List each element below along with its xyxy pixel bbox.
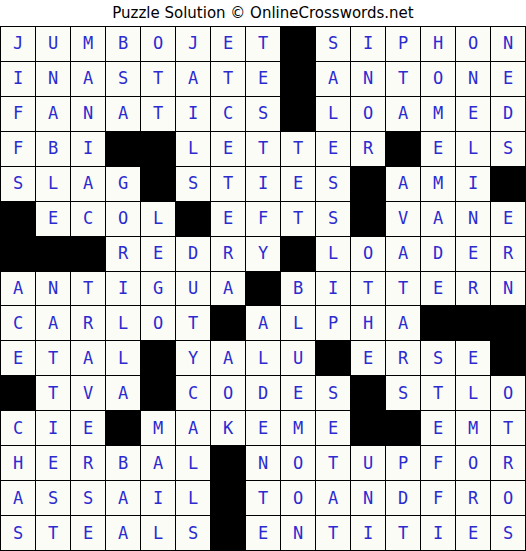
letter-cell-r13c9: O [281, 446, 316, 481]
letter-cell-r8c7: A [211, 272, 246, 307]
letter-cell-r3c1: F [1, 97, 36, 132]
letter-cell-r2c13: O [421, 62, 456, 97]
letter-cell-r10c7: A [211, 341, 246, 376]
letter-cell-r8c10: I [316, 272, 351, 307]
letter-cell-r4c13: E [421, 132, 456, 167]
letter-cell-r11c7: O [211, 376, 246, 411]
letter-cell-r12c2: I [36, 411, 71, 446]
letter-cell-r14c10: A [316, 481, 351, 516]
letter-cell-r1c6: J [176, 27, 211, 62]
black-cell-r3c9 [281, 97, 316, 132]
letter-cell-r1c11: I [351, 27, 386, 62]
black-cell-r9c13 [421, 306, 456, 341]
black-cell-r4c5 [141, 132, 176, 167]
black-cell-r6c6 [176, 202, 211, 237]
page-title-text: Puzzle Solution © OnlineCrosswords.net [112, 4, 413, 22]
letter-cell-r13c3: R [71, 446, 106, 481]
letter-cell-r12c13: E [421, 411, 456, 446]
letter-cell-r15c15: S [491, 516, 526, 551]
letter-cell-r8c9: B [281, 272, 316, 307]
letter-cell-r10c1: E [1, 341, 36, 376]
letter-cell-r7c15: R [491, 237, 526, 272]
letter-cell-r8c4: I [106, 272, 141, 307]
letter-cell-r8c14: R [456, 272, 491, 307]
letter-cell-r1c10: S [316, 27, 351, 62]
black-cell-r9c15 [491, 306, 526, 341]
letter-cell-r9c1: C [1, 306, 36, 341]
letter-cell-r5c1: S [1, 167, 36, 202]
letter-cell-r1c8: T [246, 27, 281, 62]
letter-cell-r1c4: B [106, 27, 141, 62]
letter-cell-r12c1: C [1, 411, 36, 446]
letter-cell-r11c3: V [71, 376, 106, 411]
letter-cell-r3c3: N [71, 97, 106, 132]
letter-cell-r8c11: T [351, 272, 386, 307]
letter-cell-r2c3: A [71, 62, 106, 97]
letter-cell-r14c2: S [36, 481, 71, 516]
black-cell-r13c7 [211, 446, 246, 481]
letter-cell-r2c10: A [316, 62, 351, 97]
black-cell-r7c9 [281, 237, 316, 272]
black-cell-r12c12 [386, 411, 421, 446]
letter-cell-r11c2: T [36, 376, 71, 411]
letter-cell-r1c3: M [71, 27, 106, 62]
letter-cell-r14c5: I [141, 481, 176, 516]
letter-cell-r4c10: E [316, 132, 351, 167]
letter-cell-r6c10: S [316, 202, 351, 237]
letter-cell-r3c6: I [176, 97, 211, 132]
letter-cell-r6c14: N [456, 202, 491, 237]
letter-cell-r13c11: U [351, 446, 386, 481]
letter-cell-r7c4: R [106, 237, 141, 272]
black-cell-r2c9 [281, 62, 316, 97]
black-cell-r12c11 [351, 411, 386, 446]
black-cell-r6c1 [1, 202, 36, 237]
letter-cell-r9c6: T [176, 306, 211, 341]
letter-cell-r9c9: L [281, 306, 316, 341]
letter-cell-r6c2: E [36, 202, 71, 237]
letter-cell-r12c3: E [71, 411, 106, 446]
letter-cell-r6c8: F [246, 202, 281, 237]
black-cell-r12c4 [106, 411, 141, 446]
letter-cell-r2c6: A [176, 62, 211, 97]
letter-cell-r13c2: E [36, 446, 71, 481]
letter-cell-r7c5: E [141, 237, 176, 272]
letter-cell-r9c8: A [246, 306, 281, 341]
letter-cell-r10c3: A [71, 341, 106, 376]
letter-cell-r5c3: A [71, 167, 106, 202]
letter-cell-r3c10: L [316, 97, 351, 132]
letter-cell-r10c8: L [246, 341, 281, 376]
letter-cell-r7c7: R [211, 237, 246, 272]
letter-cell-r12c7: K [211, 411, 246, 446]
letter-cell-r11c14: L [456, 376, 491, 411]
letter-cell-r6c15: E [491, 202, 526, 237]
black-cell-r7c2 [36, 237, 71, 272]
letter-cell-r2c11: N [351, 62, 386, 97]
letter-cell-r8c1: A [1, 272, 36, 307]
black-cell-r6c11 [351, 202, 386, 237]
letter-cell-r6c9: T [281, 202, 316, 237]
letter-cell-r2c2: N [36, 62, 71, 97]
letter-cell-r4c14: L [456, 132, 491, 167]
letter-cell-r3c4: A [106, 97, 141, 132]
letter-cell-r2c7: T [211, 62, 246, 97]
letter-cell-r14c8: T [246, 481, 281, 516]
letter-cell-r3c15: D [491, 97, 526, 132]
letter-cell-r5c4: G [106, 167, 141, 202]
letter-cell-r3c8: S [246, 97, 281, 132]
letter-cell-r9c5: O [141, 306, 176, 341]
letter-cell-r7c11: O [351, 237, 386, 272]
letter-cell-r15c3: E [71, 516, 106, 551]
letter-cell-r3c12: A [386, 97, 421, 132]
letter-cell-r11c8: D [246, 376, 281, 411]
letter-cell-r3c7: C [211, 97, 246, 132]
letter-cell-r15c10: T [316, 516, 351, 551]
letter-cell-r2c14: N [456, 62, 491, 97]
black-cell-r10c10 [316, 341, 351, 376]
letter-cell-r5c10: S [316, 167, 351, 202]
letter-cell-r5c9: E [281, 167, 316, 202]
letter-cell-r13c1: H [1, 446, 36, 481]
letter-cell-r8c12: T [386, 272, 421, 307]
black-cell-r5c15 [491, 167, 526, 202]
letter-cell-r14c3: S [71, 481, 106, 516]
letter-cell-r12c9: M [281, 411, 316, 446]
letter-cell-r6c13: A [421, 202, 456, 237]
letter-cell-r14c12: D [386, 481, 421, 516]
letter-cell-r6c5: L [141, 202, 176, 237]
letter-cell-r14c1: A [1, 481, 36, 516]
letter-cell-r9c3: R [71, 306, 106, 341]
letter-cell-r3c11: O [351, 97, 386, 132]
letter-cell-r13c4: B [106, 446, 141, 481]
black-cell-r9c14 [456, 306, 491, 341]
letter-cell-r7c6: D [176, 237, 211, 272]
letter-cell-r1c5: O [141, 27, 176, 62]
letter-cell-r8c5: G [141, 272, 176, 307]
black-cell-r1c9 [281, 27, 316, 62]
page-title: Puzzle Solution © OnlineCrosswords.net [0, 0, 526, 26]
letter-cell-r10c4: L [106, 341, 141, 376]
letter-cell-r15c2: T [36, 516, 71, 551]
letter-cell-r5c2: L [36, 167, 71, 202]
letter-cell-r8c3: T [71, 272, 106, 307]
letter-cell-r13c10: T [316, 446, 351, 481]
letter-cell-r13c14: O [456, 446, 491, 481]
letter-cell-r5c12: A [386, 167, 421, 202]
letter-cell-r2c5: T [141, 62, 176, 97]
black-cell-r11c5 [141, 376, 176, 411]
letter-cell-r7c14: E [456, 237, 491, 272]
letter-cell-r8c15: N [491, 272, 526, 307]
letter-cell-r13c12: P [386, 446, 421, 481]
letter-cell-r9c4: L [106, 306, 141, 341]
letter-cell-r10c2: T [36, 341, 71, 376]
letter-cell-r5c13: M [421, 167, 456, 202]
black-cell-r5c11 [351, 167, 386, 202]
letter-cell-r13c5: A [141, 446, 176, 481]
letter-cell-r6c3: C [71, 202, 106, 237]
letter-cell-r4c2: B [36, 132, 71, 167]
black-cell-r9c7 [211, 306, 246, 341]
black-cell-r7c3 [71, 237, 106, 272]
letter-cell-r3c13: M [421, 97, 456, 132]
letter-cell-r14c9: O [281, 481, 316, 516]
letter-cell-r4c6: L [176, 132, 211, 167]
letter-cell-r4c11: R [351, 132, 386, 167]
letter-cell-r13c6: L [176, 446, 211, 481]
letter-cell-r14c13: F [421, 481, 456, 516]
letter-cell-r6c12: V [386, 202, 421, 237]
letter-cell-r10c14: E [456, 341, 491, 376]
letter-cell-r9c11: H [351, 306, 386, 341]
letter-cell-r12c8: E [246, 411, 281, 446]
letter-cell-r10c12: R [386, 341, 421, 376]
letter-cell-r15c4: A [106, 516, 141, 551]
letter-cell-r6c4: O [106, 202, 141, 237]
letter-cell-r9c12: A [386, 306, 421, 341]
letter-cell-r6c7: E [211, 202, 246, 237]
letter-cell-r12c5: M [141, 411, 176, 446]
letter-cell-r11c9: E [281, 376, 316, 411]
letter-cell-r15c11: I [351, 516, 386, 551]
letter-cell-r3c14: E [456, 97, 491, 132]
letter-cell-r10c6: Y [176, 341, 211, 376]
letter-cell-r4c1: F [1, 132, 36, 167]
letter-cell-r14c14: R [456, 481, 491, 516]
letter-cell-r7c12: A [386, 237, 421, 272]
letter-cell-r3c2: A [36, 97, 71, 132]
letter-cell-r11c10: S [316, 376, 351, 411]
letter-cell-r9c2: A [36, 306, 71, 341]
letter-cell-r4c9: T [281, 132, 316, 167]
letter-cell-r5c6: S [176, 167, 211, 202]
letter-cell-r14c15: O [491, 481, 526, 516]
letter-cell-r8c2: N [36, 272, 71, 307]
letter-cell-r1c2: U [36, 27, 71, 62]
letter-cell-r4c3: I [71, 132, 106, 167]
letter-cell-r12c10: E [316, 411, 351, 446]
black-cell-r15c7 [211, 516, 246, 551]
letter-cell-r5c14: I [456, 167, 491, 202]
letter-cell-r13c8: N [246, 446, 281, 481]
letter-cell-r15c5: L [141, 516, 176, 551]
black-cell-r11c11 [351, 376, 386, 411]
letter-cell-r15c9: N [281, 516, 316, 551]
black-cell-r14c7 [211, 481, 246, 516]
letter-cell-r15c8: E [246, 516, 281, 551]
letter-cell-r14c4: A [106, 481, 141, 516]
letter-cell-r1c13: H [421, 27, 456, 62]
letter-cell-r7c10: L [316, 237, 351, 272]
letter-cell-r2c1: I [1, 62, 36, 97]
letter-cell-r15c6: S [176, 516, 211, 551]
letter-cell-r5c7: T [211, 167, 246, 202]
letter-cell-r2c4: S [106, 62, 141, 97]
letter-cell-r4c15: S [491, 132, 526, 167]
letter-cell-r10c11: E [351, 341, 386, 376]
letter-cell-r3c5: T [141, 97, 176, 132]
black-cell-r7c1 [1, 237, 36, 272]
letter-cell-r5c8: I [246, 167, 281, 202]
letter-cell-r2c12: T [386, 62, 421, 97]
letter-cell-r11c13: T [421, 376, 456, 411]
letter-cell-r7c8: Y [246, 237, 281, 272]
black-cell-r10c15 [491, 341, 526, 376]
letter-cell-r1c14: O [456, 27, 491, 62]
letter-cell-r15c12: T [386, 516, 421, 551]
letter-cell-r4c8: T [246, 132, 281, 167]
black-cell-r4c4 [106, 132, 141, 167]
letter-cell-r1c12: P [386, 27, 421, 62]
letter-cell-r2c8: E [246, 62, 281, 97]
letter-cell-r13c15: R [491, 446, 526, 481]
letter-cell-r4c7: E [211, 132, 246, 167]
letter-cell-r10c13: S [421, 341, 456, 376]
letter-cell-r11c12: S [386, 376, 421, 411]
letter-cell-r12c15: T [491, 411, 526, 446]
letter-cell-r12c14: M [456, 411, 491, 446]
letter-cell-r12c6: A [176, 411, 211, 446]
letter-cell-r13c13: F [421, 446, 456, 481]
letter-cell-r1c15: N [491, 27, 526, 62]
letter-cell-r14c11: N [351, 481, 386, 516]
letter-cell-r8c6: U [176, 272, 211, 307]
black-cell-r4c12 [386, 132, 421, 167]
black-cell-r5c5 [141, 167, 176, 202]
letter-cell-r1c1: J [1, 27, 36, 62]
letter-cell-r10c9: U [281, 341, 316, 376]
letter-cell-r15c1: S [1, 516, 36, 551]
letter-cell-r1c7: E [211, 27, 246, 62]
letter-cell-r15c13: I [421, 516, 456, 551]
letter-cell-r8c13: E [421, 272, 456, 307]
letter-cell-r2c15: E [491, 62, 526, 97]
letter-cell-r11c4: A [106, 376, 141, 411]
letter-cell-r11c6: C [176, 376, 211, 411]
letter-cell-r9c10: P [316, 306, 351, 341]
letter-cell-r14c6: L [176, 481, 211, 516]
letter-cell-r11c15: O [491, 376, 526, 411]
black-cell-r10c5 [141, 341, 176, 376]
black-cell-r8c8 [246, 272, 281, 307]
black-cell-r11c1 [1, 376, 36, 411]
letter-cell-r15c14: E [456, 516, 491, 551]
letter-cell-r7c13: D [421, 237, 456, 272]
crossword-grid: JUMBOJETSIPHONINASTATEANTONEFANATICSLOAM… [0, 26, 526, 551]
